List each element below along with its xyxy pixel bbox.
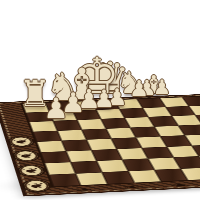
product-photo: ❦❦❦❦❧❧❧❧❧ ♚♛♝♟♞♟♟♞♝♟♟♟♜♟♟ bbox=[0, 0, 200, 200]
carved-medallion-ornament: ❦ bbox=[9, 137, 34, 147]
piece-white-bishop-g7: ♝ bbox=[143, 72, 165, 97]
carved-swirl-ornament: ❧ bbox=[73, 185, 94, 193]
piece-white-pawn-h6: ♟ bbox=[153, 77, 171, 97]
carved-medallion-ornament: ❦ bbox=[13, 150, 39, 161]
piece-white-king-d8: ♚ bbox=[75, 51, 120, 101]
carved-medallion-ornament: ❦ bbox=[18, 165, 45, 176]
piece-white-knight-f7: ♞ bbox=[117, 68, 144, 98]
chess-board bbox=[22, 96, 200, 186]
piece-white-queen-e8: ♛ bbox=[91, 57, 130, 100]
carved-medallion-ornament: ❦ bbox=[23, 180, 51, 192]
chess-board-frame: ❦❦❦❦❧❧❧❧❧ bbox=[0, 93, 200, 196]
carved-swirl-ornament: ❧ bbox=[168, 181, 190, 189]
carved-swirl-ornament: ❧ bbox=[121, 183, 143, 191]
